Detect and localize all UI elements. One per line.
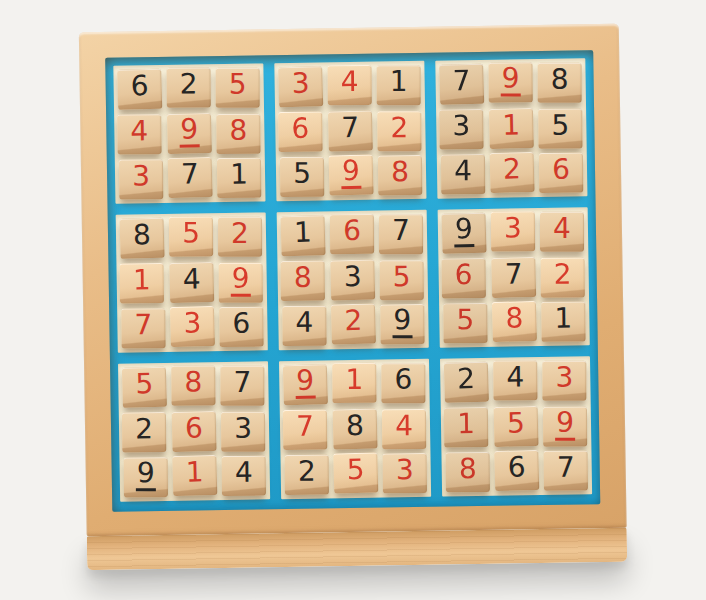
tile-r3c3[interactable]: 1 — [217, 158, 261, 198]
tile-r3c1[interactable]: 3 — [119, 159, 163, 199]
digit: 5 — [456, 306, 474, 336]
digit: 1 — [294, 219, 313, 249]
digit: 8 — [133, 221, 152, 251]
tile-r1c8[interactable]: 9 — [489, 62, 533, 102]
digit: 2 — [231, 220, 249, 250]
digit: 8 — [346, 412, 365, 442]
box-panel-4: 852149736 — [116, 212, 268, 352]
tile-r6c8[interactable]: 8 — [492, 301, 537, 342]
digit: 7 — [134, 311, 152, 341]
digit: 9 — [231, 265, 251, 297]
digit: 3 — [396, 456, 414, 486]
tile-r8c6[interactable]: 4 — [382, 409, 426, 449]
digit: 7 — [504, 260, 523, 290]
tile-r6c4[interactable]: 4 — [282, 306, 326, 346]
tile-r2c4[interactable]: 6 — [278, 112, 322, 152]
digit: 7 — [296, 413, 314, 443]
digit: 3 — [291, 70, 310, 100]
digit: 7 — [557, 454, 575, 484]
digit: 3 — [555, 364, 573, 394]
tile-r4c5[interactable]: 6 — [330, 214, 374, 254]
tile-r1c5[interactable]: 4 — [328, 65, 372, 105]
digit: 9 — [555, 409, 575, 441]
tile-r2c1[interactable]: 4 — [117, 114, 161, 154]
tile-r7c2[interactable]: 8 — [171, 365, 215, 405]
tile-r1c6[interactable]: 1 — [377, 65, 421, 105]
digit: 4 — [553, 215, 571, 245]
digit: 6 — [552, 156, 570, 186]
tile-r6c1[interactable]: 7 — [121, 308, 165, 348]
tile-r5c9[interactable]: 2 — [541, 258, 585, 298]
digit: 2 — [554, 261, 572, 291]
box-panel-8: 916784253 — [279, 359, 431, 499]
digit: 7 — [392, 217, 410, 247]
box-panel-1: 625498371 — [113, 63, 265, 203]
digit: 6 — [130, 72, 149, 102]
tile-r3c4[interactable]: 5 — [280, 157, 324, 197]
tile-r9c7[interactable]: 8 — [446, 452, 490, 492]
tile-r5c2[interactable]: 4 — [169, 262, 214, 303]
tile-r4c1[interactable]: 8 — [120, 218, 165, 259]
digit: 4 — [182, 265, 201, 295]
tile-r4c3[interactable]: 2 — [218, 217, 262, 257]
tile-r5c4[interactable]: 8 — [281, 261, 325, 301]
digit: 9 — [136, 459, 156, 491]
tile-r4c4[interactable]: 1 — [280, 215, 325, 256]
tile-r7c7[interactable]: 2 — [444, 362, 489, 403]
tile-r9c4[interactable]: 2 — [285, 455, 329, 495]
digit: 4 — [454, 157, 472, 187]
tile-r3c5[interactable]: 9 — [329, 154, 374, 195]
box-panel-2: 341672598 — [274, 61, 426, 201]
digit: 1 — [554, 305, 572, 335]
tile-r9c9[interactable]: 7 — [544, 450, 588, 490]
tile-r5c1[interactable]: 1 — [120, 263, 164, 303]
digit: 5 — [293, 160, 311, 190]
tile-r3c7[interactable]: 4 — [441, 154, 485, 194]
digit: 2 — [457, 365, 476, 395]
digit: 5 — [507, 409, 526, 439]
digit: 9 — [295, 366, 316, 399]
digit: 4 — [506, 363, 524, 393]
digit: 6 — [343, 217, 361, 247]
tile-r5c6[interactable]: 5 — [380, 260, 424, 300]
tile-r2c2[interactable]: 9 — [167, 113, 212, 154]
tile-r7c4[interactable]: 9 — [283, 364, 328, 405]
digit: 4 — [395, 412, 413, 442]
tile-r2c5[interactable]: 7 — [328, 111, 373, 152]
digit: 5 — [135, 370, 154, 400]
digit: 9 — [392, 306, 412, 338]
tile-r9c8[interactable]: 6 — [494, 450, 539, 491]
digit: 6 — [291, 115, 309, 145]
tile-r2c7[interactable]: 3 — [439, 109, 483, 149]
tile-r4c9[interactable]: 4 — [540, 212, 584, 252]
tile-r8c8[interactable]: 5 — [494, 406, 539, 447]
digit: 6 — [185, 414, 204, 444]
digit: 3 — [234, 415, 252, 445]
box-panel-3: 798315426 — [435, 58, 587, 198]
tile-r1c2[interactable]: 2 — [167, 67, 211, 107]
tile-r7c9[interactable]: 3 — [542, 361, 586, 401]
tile-r1c1[interactable]: 6 — [117, 69, 162, 110]
tile-r8c4[interactable]: 7 — [283, 410, 327, 450]
tile-r2c3[interactable]: 8 — [216, 114, 260, 154]
tile-r8c3[interactable]: 3 — [221, 412, 265, 452]
digit: 8 — [505, 304, 524, 334]
digit: 3 — [132, 162, 150, 192]
tile-r1c4[interactable]: 3 — [278, 66, 323, 107]
tile-r5c3[interactable]: 9 — [219, 263, 263, 303]
tile-r6c6[interactable]: 9 — [380, 304, 424, 344]
tray-top-face: 6254983713416725987983154268521497361678… — [79, 24, 627, 536]
digit: 4 — [295, 309, 313, 339]
digit: 2 — [298, 458, 316, 488]
digit: 9 — [341, 157, 362, 190]
digit: 9 — [454, 215, 475, 248]
tile-r7c3[interactable]: 7 — [220, 366, 264, 406]
digit: 3 — [452, 112, 470, 142]
digit: 3 — [504, 214, 522, 244]
tile-r3c8[interactable]: 2 — [490, 152, 535, 193]
digit: 2 — [390, 114, 408, 144]
digit: 3 — [183, 309, 202, 339]
digit: 8 — [294, 264, 312, 294]
tile-r8c5[interactable]: 8 — [333, 408, 378, 449]
digit: 1 — [230, 161, 248, 191]
tile-r9c2[interactable]: 1 — [172, 455, 217, 496]
tile-r4c2[interactable]: 5 — [169, 216, 213, 256]
wooden-tray: 6254983713416725987983154268521497361678… — [79, 24, 627, 570]
digit: 8 — [184, 368, 202, 398]
tile-r2c9[interactable]: 5 — [538, 109, 582, 149]
digit: 7 — [452, 67, 471, 97]
tile-r9c3[interactable]: 4 — [222, 456, 266, 496]
tile-r8c1[interactable]: 2 — [122, 412, 166, 452]
digit: 3 — [343, 263, 362, 293]
box-panel-9: 243159867 — [440, 356, 592, 496]
tile-r3c2[interactable]: 7 — [168, 157, 213, 198]
digit: 6 — [507, 453, 526, 483]
tile-r7c5[interactable]: 1 — [332, 363, 376, 403]
tile-r6c2[interactable]: 3 — [170, 306, 215, 347]
digit: 6 — [232, 310, 250, 340]
digit: 5 — [551, 112, 569, 142]
digit: 1 — [345, 366, 363, 396]
tile-r5c7[interactable]: 6 — [442, 258, 486, 298]
box-panel-5: 167835429 — [277, 210, 429, 350]
tile-r3c6[interactable]: 8 — [378, 155, 422, 195]
tile-r1c7[interactable]: 7 — [439, 64, 484, 105]
digit: 2 — [503, 155, 522, 185]
digit: 6 — [455, 261, 473, 291]
tile-r5c8[interactable]: 7 — [491, 257, 536, 298]
box-panel-7: 587263914 — [118, 361, 270, 501]
tile-r1c3[interactable]: 5 — [216, 68, 260, 108]
digit: 5 — [182, 219, 200, 249]
tile-r6c3[interactable]: 6 — [219, 307, 263, 347]
tile-r6c7[interactable]: 5 — [443, 303, 487, 343]
tile-r7c6[interactable]: 6 — [381, 363, 425, 403]
digit: 4 — [341, 68, 359, 98]
tile-r9c5[interactable]: 5 — [333, 452, 378, 493]
tile-r8c7[interactable]: 1 — [444, 407, 488, 447]
tile-r2c8[interactable]: 1 — [489, 108, 534, 149]
digit: 7 — [341, 114, 360, 144]
tile-r8c2[interactable]: 6 — [172, 411, 217, 452]
digit: 9 — [501, 64, 521, 96]
tile-r1c9[interactable]: 8 — [538, 63, 582, 103]
tile-r4c8[interactable]: 3 — [491, 211, 535, 251]
tile-r8c9[interactable]: 9 — [543, 407, 587, 447]
digit: 8 — [551, 66, 569, 96]
tile-r9c6[interactable]: 3 — [383, 453, 427, 493]
digit: 7 — [233, 369, 251, 399]
digit: 8 — [391, 158, 409, 188]
digit: 8 — [459, 455, 477, 485]
digit: 1 — [390, 68, 408, 98]
digit: 2 — [180, 70, 198, 100]
digit: 4 — [235, 459, 253, 489]
digit: 1 — [133, 266, 151, 296]
tile-r2c6[interactable]: 2 — [377, 111, 421, 151]
tile-r9c1[interactable]: 9 — [124, 457, 168, 497]
tile-r5c5[interactable]: 3 — [330, 260, 375, 301]
digit: 2 — [135, 415, 153, 445]
photo-background: 6254983713416725987983154268521497361678… — [0, 0, 706, 600]
digit: 1 — [185, 458, 204, 488]
tile-r6c9[interactable]: 1 — [541, 302, 585, 342]
digit: 8 — [229, 117, 247, 147]
tray-front-face — [87, 528, 627, 570]
tile-r3c9[interactable]: 6 — [539, 153, 583, 193]
digit: 9 — [179, 115, 200, 147]
tile-r4c7[interactable]: 9 — [441, 213, 486, 254]
box-panel-6: 934672581 — [438, 207, 590, 347]
tile-r6c5[interactable]: 2 — [331, 303, 376, 344]
digit: 5 — [229, 71, 247, 101]
tile-r4c6[interactable]: 7 — [379, 214, 423, 254]
digit: 2 — [344, 307, 363, 337]
digit: 4 — [130, 117, 148, 147]
digit: 1 — [502, 111, 521, 141]
sudoku-board: 6254983713416725987983154268521497361678… — [105, 50, 600, 512]
tile-r7c1[interactable]: 5 — [122, 367, 167, 408]
tile-r7c8[interactable]: 4 — [493, 360, 537, 400]
digit: 5 — [393, 263, 411, 293]
digit: 1 — [457, 410, 475, 440]
digit: 5 — [346, 456, 365, 486]
digit: 7 — [181, 160, 200, 190]
digit: 6 — [394, 366, 412, 396]
